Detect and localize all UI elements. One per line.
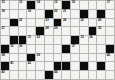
clue-number: 36 — [19, 45, 22, 48]
cell-r1c9[interactable]: 16 — [71, 1, 79, 9]
black-cell-r8c12 — [97, 62, 105, 70]
cell-r7c9[interactable] — [71, 54, 79, 62]
cell-r4c13[interactable] — [106, 27, 114, 35]
clue-number: 23 — [45, 19, 48, 22]
cell-r9c2[interactable] — [10, 71, 18, 79]
cell-r1c11[interactable] — [89, 1, 97, 9]
black-cell-r6c1 — [1, 45, 9, 53]
cell-r3c5[interactable] — [36, 19, 44, 27]
cell-r4c7[interactable]: 29 — [54, 27, 62, 35]
cell-r9c7[interactable]: 44 — [54, 71, 62, 79]
clue-number: 35 — [10, 45, 13, 48]
clue-number: 25 — [80, 19, 83, 22]
cell-r3c13[interactable] — [106, 19, 114, 27]
cell-r1c5[interactable]: 14 — [36, 1, 44, 9]
cell-r4c9[interactable] — [71, 27, 79, 35]
clue-number: 34 — [89, 36, 92, 39]
crossword-grid: 1213141516171819202122232425262728293031… — [0, 0, 115, 80]
cell-r4c4[interactable] — [27, 27, 35, 35]
black-cell-r8c1 — [1, 62, 9, 70]
cell-r5c13[interactable] — [106, 36, 114, 44]
cell-r2c8[interactable]: 21 — [62, 10, 70, 18]
cell-r8c9[interactable] — [71, 62, 79, 70]
clue-number: 27 — [2, 27, 5, 30]
clue-number: 42 — [28, 62, 31, 65]
cell-r2c7[interactable]: 20 — [54, 10, 62, 18]
cell-r1c7[interactable]: 15 — [54, 1, 62, 9]
cell-r2c5[interactable] — [36, 10, 44, 18]
cell-r5c5[interactable]: 32 — [36, 36, 44, 44]
cell-r7c5[interactable]: 39 — [36, 54, 44, 62]
cell-r7c8[interactable] — [62, 54, 70, 62]
cell-r2c11[interactable] — [89, 10, 97, 18]
black-cell-r4c11 — [89, 27, 97, 35]
cell-r2c3[interactable] — [19, 10, 27, 18]
cell-r5c1[interactable] — [1, 36, 9, 44]
clue-number: 16 — [72, 1, 75, 4]
black-cell-r2c6 — [45, 10, 53, 18]
cell-r6c2[interactable]: 35 — [10, 45, 18, 53]
cell-r9c11[interactable] — [89, 71, 97, 79]
cell-r4c1[interactable]: 27 — [1, 27, 9, 35]
clue-number: 22 — [19, 19, 22, 22]
cell-r3c8[interactable]: 24 — [62, 19, 70, 27]
clue-number: 20 — [54, 10, 57, 13]
black-cell-r9c6 — [45, 71, 53, 79]
cell-r3c3[interactable]: 22 — [19, 19, 27, 27]
clue-number: 31 — [28, 36, 31, 39]
cell-r3c1[interactable] — [1, 19, 9, 27]
cell-r7c1[interactable]: 38 — [1, 54, 9, 62]
cell-r6c12[interactable] — [97, 45, 105, 53]
cell-r5c6[interactable] — [45, 36, 53, 44]
clue-number: 18 — [2, 10, 5, 13]
black-cell-r5c3 — [19, 36, 27, 44]
crossword-board: 1213141516171819202122232425262728293031… — [0, 0, 115, 80]
cell-r5c11[interactable]: 34 — [89, 36, 97, 44]
cell-r1c10[interactable] — [80, 1, 88, 9]
cell-r9c4[interactable] — [27, 71, 35, 79]
cell-r2c2[interactable] — [10, 10, 18, 18]
cell-r6c9[interactable]: 37 — [71, 45, 79, 53]
cell-r4c2[interactable] — [10, 27, 18, 35]
cell-r1c1[interactable]: 12 — [1, 1, 9, 9]
clue-number: 44 — [54, 71, 57, 74]
cell-r5c10[interactable]: 33 — [80, 36, 88, 44]
clue-number: 43 — [2, 71, 5, 74]
black-cell-r6c13 — [106, 45, 114, 53]
clue-number: 17 — [107, 1, 110, 4]
clue-number: 40 — [107, 54, 110, 57]
cell-r7c7[interactable] — [54, 54, 62, 62]
black-cell-r8c7 — [54, 62, 62, 70]
cell-r4c8[interactable] — [62, 27, 70, 35]
cell-r4c12[interactable]: 30 — [97, 27, 105, 35]
cell-r9c1[interactable]: 43 — [1, 71, 9, 79]
clue-number: 28 — [45, 27, 48, 30]
cell-r7c10[interactable] — [80, 54, 88, 62]
clue-number: 37 — [72, 45, 75, 48]
cell-r6c5[interactable] — [36, 45, 44, 53]
clue-number: 32 — [37, 36, 40, 39]
black-cell-r8c8 — [62, 62, 70, 70]
black-cell-r2c10 — [80, 10, 88, 18]
cell-r4c3[interactable] — [19, 27, 27, 35]
black-cell-r8c10 — [80, 62, 88, 70]
cell-r1c2[interactable] — [10, 1, 18, 9]
cell-r7c12[interactable] — [97, 54, 105, 62]
cell-r4c10[interactable] — [80, 27, 88, 35]
cell-r6c7[interactable] — [54, 45, 62, 53]
cell-r9c3[interactable] — [19, 71, 27, 79]
clue-number: 13 — [19, 1, 22, 4]
cell-r7c2[interactable] — [10, 54, 18, 62]
black-cell-r3c7 — [54, 19, 62, 27]
cell-r2c9[interactable] — [71, 10, 79, 18]
cell-r9c5[interactable] — [36, 71, 44, 79]
clue-number: 19 — [28, 10, 31, 13]
black-cell-r3c2 — [10, 19, 18, 27]
cell-r2c13[interactable] — [106, 10, 114, 18]
cell-r5c8[interactable] — [62, 36, 70, 44]
cell-r3c11[interactable] — [89, 19, 97, 27]
cell-r1c13[interactable]: 17 — [106, 1, 114, 9]
cell-r9c12[interactable] — [97, 71, 105, 79]
clue-number: 12 — [2, 1, 5, 4]
cell-r8c4[interactable]: 42 — [27, 62, 35, 70]
cell-r7c13[interactable]: 40 — [106, 54, 114, 62]
cell-r8c11[interactable] — [89, 62, 97, 70]
clue-number: 24 — [63, 19, 66, 22]
clue-number: 29 — [54, 27, 57, 30]
cell-r6c10[interactable] — [80, 45, 88, 53]
cell-r5c4[interactable]: 31 — [27, 36, 35, 44]
clue-number: 26 — [98, 19, 101, 22]
cell-r8c6[interactable] — [45, 62, 53, 70]
clue-number: 33 — [80, 36, 83, 39]
cell-r7c6[interactable] — [45, 54, 53, 62]
clue-number: 30 — [98, 27, 101, 30]
cell-r3c4[interactable] — [27, 19, 35, 27]
cell-r1c6[interactable] — [45, 1, 53, 9]
cell-r7c3[interactable] — [19, 54, 27, 62]
clue-number: 39 — [37, 54, 40, 57]
cell-r3c9[interactable] — [71, 19, 79, 27]
cell-r8c5[interactable] — [36, 62, 44, 70]
black-cell-r1c8 — [62, 1, 70, 9]
cell-r8c13[interactable] — [106, 62, 114, 70]
clue-number: 21 — [63, 10, 66, 13]
cell-r6c11[interactable] — [89, 45, 97, 53]
black-cell-r1c4 — [27, 1, 35, 9]
clue-number: 15 — [54, 1, 57, 4]
black-cell-r7c4 — [27, 54, 35, 62]
clue-number: 41 — [10, 62, 13, 65]
cell-r5c12[interactable] — [97, 36, 105, 44]
cell-r3c12[interactable]: 26 — [97, 19, 105, 27]
cell-r1c3[interactable]: 13 — [19, 1, 27, 9]
clue-number: 38 — [2, 54, 5, 57]
black-cell-r5c9 — [71, 36, 79, 44]
cell-r3c10[interactable]: 25 — [80, 19, 88, 27]
cell-r3c6[interactable]: 23 — [45, 19, 53, 27]
cell-r4c6[interactable]: 28 — [45, 27, 53, 35]
cell-r9c13[interactable] — [106, 71, 114, 79]
cell-r1c12[interactable] — [97, 1, 105, 9]
black-cell-r4c5 — [36, 27, 44, 35]
clue-number: 14 — [37, 1, 40, 4]
cell-r6c3[interactable]: 36 — [19, 45, 27, 53]
black-cell-r6c8 — [62, 45, 70, 53]
cell-r6c4[interactable] — [27, 45, 35, 53]
cell-r9c8[interactable] — [62, 71, 70, 79]
cell-r9c9[interactable] — [71, 71, 79, 79]
cell-r9c10[interactable] — [80, 71, 88, 79]
cell-r8c3[interactable] — [19, 62, 27, 70]
cell-r5c7[interactable] — [54, 36, 62, 44]
cell-r7c11[interactable] — [89, 54, 97, 62]
cell-r6c6[interactable] — [45, 45, 53, 53]
black-cell-r2c12 — [97, 10, 105, 18]
cell-r8c2[interactable]: 41 — [10, 62, 18, 70]
cell-r2c4[interactable]: 19 — [27, 10, 35, 18]
black-cell-r5c2 — [10, 36, 18, 44]
cell-r2c1[interactable]: 18 — [1, 10, 9, 18]
